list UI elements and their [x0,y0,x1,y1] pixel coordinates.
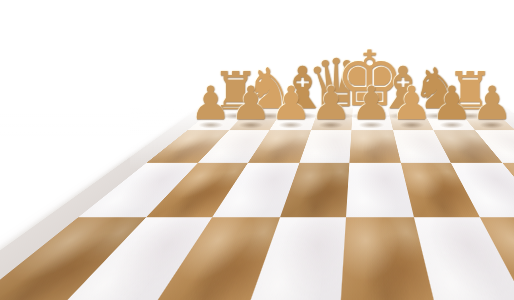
overexposure-wash-left [0,96,140,136]
piece-pawn-c7: ♟ [270,80,311,126]
piece-pawn-g7: ♟ [431,80,472,126]
chessboard-photo: ♜♜♞♞♝♝♛♛♚♚♝♝♞♞♜♜♟♟♟♟♟♟♟♟♟♟♟♟♟♟♟♟ [0,0,514,300]
square-e7 [349,130,400,163]
piece-pawn-e7: ♟ [351,80,392,126]
piece-pawn-h7: ♟ [471,80,512,126]
piece-pawn-f7: ♟ [391,80,432,126]
piece-pawn-b7: ♟ [230,80,271,126]
piece-pawn-d7: ♟ [311,80,352,126]
piece-pawn-a7: ♟ [190,80,231,126]
